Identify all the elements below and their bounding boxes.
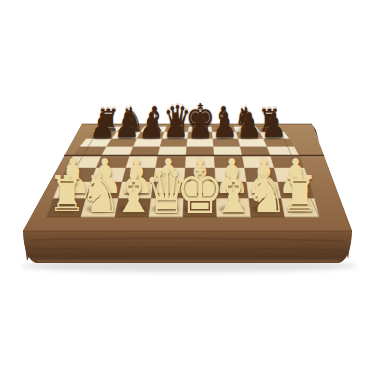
piece-white-rook-h1[interactable]: ♜ xyxy=(281,170,319,220)
piece-black-pawn-c7[interactable]: ♟ xyxy=(138,109,164,143)
piece-black-pawn-e7[interactable]: ♟ xyxy=(187,109,213,143)
pieces-layer: ♜♞♝♛♚♝♞♜♟♟♟♟♟♟♟♟♟♟♟♟♟♟♟♟♜♞♝♛♚♝♞♜ xyxy=(0,0,370,370)
piece-black-pawn-a7[interactable]: ♟ xyxy=(89,109,115,143)
piece-black-pawn-f7[interactable]: ♟ xyxy=(212,109,238,143)
piece-black-pawn-h7[interactable]: ♟ xyxy=(261,109,287,143)
chess-set-photo: ♜♞♝♛♚♝♞♜♟♟♟♟♟♟♟♟♟♟♟♟♟♟♟♟♜♞♝♛♚♝♞♜ xyxy=(0,0,370,370)
piece-black-pawn-g7[interactable]: ♟ xyxy=(236,109,262,143)
piece-black-pawn-d7[interactable]: ♟ xyxy=(163,109,189,143)
piece-black-pawn-b7[interactable]: ♟ xyxy=(114,109,140,143)
